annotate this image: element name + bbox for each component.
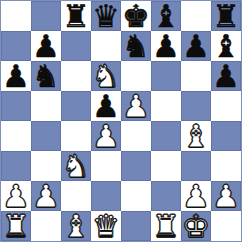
square-a8[interactable]	[1, 1, 31, 31]
square-e3[interactable]	[121, 151, 151, 181]
square-d3[interactable]	[91, 151, 121, 181]
square-h7[interactable]: ♝	[211, 31, 241, 61]
square-h8[interactable]: ♜	[211, 1, 241, 31]
piece-black-queen[interactable]: ♛	[92, 1, 120, 31]
square-c7[interactable]	[61, 31, 91, 61]
square-b3[interactable]	[31, 151, 61, 181]
square-f8[interactable]: ♝	[151, 1, 181, 31]
square-d8[interactable]: ♛	[91, 1, 121, 31]
square-g5[interactable]	[181, 91, 211, 121]
square-d7[interactable]	[91, 31, 121, 61]
square-g4[interactable]: ♝	[181, 121, 211, 151]
piece-white-pawn[interactable]: ♟	[182, 181, 210, 211]
square-f2[interactable]	[151, 181, 181, 211]
square-a4[interactable]	[1, 121, 31, 151]
piece-white-knight[interactable]: ♞	[62, 151, 90, 181]
square-e2[interactable]	[121, 181, 151, 211]
square-g1[interactable]: ♚	[181, 211, 211, 241]
square-f6[interactable]	[151, 61, 181, 91]
square-a1[interactable]: ♜	[1, 211, 31, 241]
square-e7[interactable]: ♞	[121, 31, 151, 61]
square-a7[interactable]	[1, 31, 31, 61]
square-a3[interactable]	[1, 151, 31, 181]
square-c4[interactable]	[61, 121, 91, 151]
square-c8[interactable]: ♜	[61, 1, 91, 31]
piece-white-pawn[interactable]: ♟	[2, 181, 30, 211]
chess-board: ♜♛♚♝♜♟♞♟♟♝♟♞♞♟♟♟♟♝♞♟♟♟♟♜♝♛♜♚	[0, 0, 242, 242]
square-g8[interactable]	[181, 1, 211, 31]
square-c2[interactable]	[61, 181, 91, 211]
piece-white-bishop[interactable]: ♝	[62, 211, 90, 241]
square-g2[interactable]: ♟	[181, 181, 211, 211]
piece-black-pawn[interactable]: ♟	[182, 31, 210, 61]
piece-white-pawn[interactable]: ♟	[32, 181, 60, 211]
square-a6[interactable]: ♟	[1, 61, 31, 91]
square-e4[interactable]	[121, 121, 151, 151]
piece-black-pawn[interactable]: ♟	[92, 91, 120, 121]
square-h4[interactable]	[211, 121, 241, 151]
square-e1[interactable]	[121, 211, 151, 241]
square-e6[interactable]	[121, 61, 151, 91]
piece-white-bishop[interactable]: ♝	[182, 121, 210, 151]
square-h5[interactable]	[211, 91, 241, 121]
piece-black-pawn[interactable]: ♟	[2, 61, 30, 91]
square-c5[interactable]	[61, 91, 91, 121]
square-g7[interactable]: ♟	[181, 31, 211, 61]
square-c3[interactable]: ♞	[61, 151, 91, 181]
square-f1[interactable]: ♜	[151, 211, 181, 241]
piece-black-pawn[interactable]: ♟	[32, 31, 60, 61]
piece-white-king[interactable]: ♚	[182, 211, 210, 241]
piece-black-pawn[interactable]: ♟	[152, 31, 180, 61]
square-c1[interactable]: ♝	[61, 211, 91, 241]
square-a5[interactable]	[1, 91, 31, 121]
square-f4[interactable]	[151, 121, 181, 151]
square-f5[interactable]	[151, 91, 181, 121]
piece-black-knight[interactable]: ♞	[32, 61, 60, 91]
piece-white-rook[interactable]: ♜	[2, 211, 30, 241]
square-g3[interactable]	[181, 151, 211, 181]
square-d5[interactable]: ♟	[91, 91, 121, 121]
piece-black-pawn[interactable]: ♟	[212, 61, 240, 91]
square-h3[interactable]	[211, 151, 241, 181]
square-b2[interactable]: ♟	[31, 181, 61, 211]
square-c6[interactable]	[61, 61, 91, 91]
piece-white-pawn[interactable]: ♟	[92, 121, 120, 151]
square-b4[interactable]	[31, 121, 61, 151]
square-b6[interactable]: ♞	[31, 61, 61, 91]
square-d2[interactable]	[91, 181, 121, 211]
piece-black-bishop[interactable]: ♝	[212, 31, 240, 61]
piece-white-knight[interactable]: ♞	[92, 61, 120, 91]
square-b1[interactable]	[31, 211, 61, 241]
square-e8[interactable]: ♚	[121, 1, 151, 31]
piece-white-pawn[interactable]: ♟	[212, 181, 240, 211]
square-h2[interactable]: ♟	[211, 181, 241, 211]
square-f7[interactable]: ♟	[151, 31, 181, 61]
square-h1[interactable]	[211, 211, 241, 241]
square-a2[interactable]: ♟	[1, 181, 31, 211]
piece-black-rook[interactable]: ♜	[212, 1, 240, 31]
piece-black-bishop[interactable]: ♝	[152, 1, 180, 31]
square-e5[interactable]: ♟	[121, 91, 151, 121]
piece-white-rook[interactable]: ♜	[152, 211, 180, 241]
square-g6[interactable]	[181, 61, 211, 91]
square-b5[interactable]	[31, 91, 61, 121]
piece-white-pawn[interactable]: ♟	[122, 91, 150, 121]
square-d1[interactable]: ♛	[91, 211, 121, 241]
square-b8[interactable]	[31, 1, 61, 31]
piece-black-rook[interactable]: ♜	[62, 1, 90, 31]
square-h6[interactable]: ♟	[211, 61, 241, 91]
piece-white-queen[interactable]: ♛	[92, 211, 120, 241]
square-d4[interactable]: ♟	[91, 121, 121, 151]
piece-black-king[interactable]: ♚	[122, 1, 150, 31]
square-d6[interactable]: ♞	[91, 61, 121, 91]
piece-black-knight[interactable]: ♞	[122, 31, 150, 61]
square-f3[interactable]	[151, 151, 181, 181]
square-b7[interactable]: ♟	[31, 31, 61, 61]
